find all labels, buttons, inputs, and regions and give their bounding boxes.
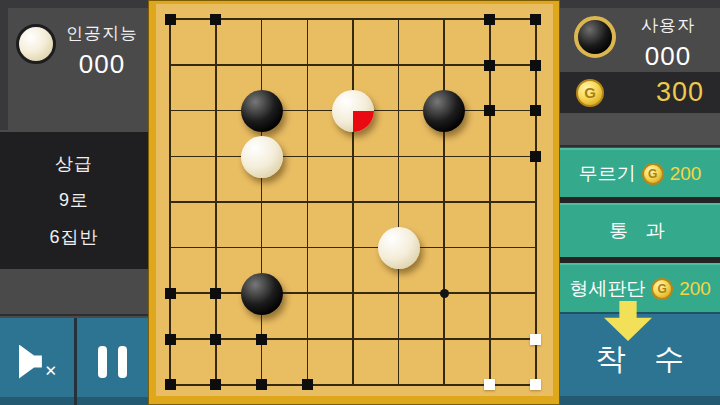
black-territory-marker (165, 14, 176, 25)
user-player-name: 사용자 (641, 14, 695, 37)
estimate-label: 형세판단 (569, 276, 645, 302)
mute-button[interactable]: ✕ (0, 318, 74, 405)
ai-player-name: 인공지능 (66, 22, 138, 45)
black-territory-marker (210, 334, 221, 345)
top-edge-strip-right (560, 0, 720, 8)
black-territory-marker (484, 14, 495, 25)
black-territory-marker (484, 105, 495, 116)
black-territory-marker (256, 379, 267, 390)
star-point (440, 289, 449, 298)
black-territory-marker (530, 14, 541, 25)
board-grid (156, 4, 553, 396)
pause-button[interactable] (77, 318, 148, 405)
black-territory-marker (210, 379, 221, 390)
black-territory-marker (165, 334, 176, 345)
ai-player-score: 000 (79, 49, 125, 80)
black-stone (241, 273, 283, 315)
gold-coin-icon: G (576, 79, 604, 107)
estimate-cost: 200 (679, 278, 711, 300)
white-stone (332, 90, 374, 132)
black-territory-marker (256, 334, 267, 345)
right-panel: 사용자 000 G 300 무르기 G 200 통 과 형세판단 G 200 착… (560, 0, 720, 405)
user-player-panel: 사용자 000 (560, 8, 720, 72)
coin-balance: 300 (604, 77, 704, 108)
black-territory-marker (165, 288, 176, 299)
white-stone-avatar (16, 24, 56, 64)
white-stone (241, 136, 283, 178)
pause-icon (98, 346, 127, 378)
board-field[interactable] (156, 4, 553, 396)
black-territory-marker (484, 60, 495, 71)
play-move-label: 착 수 (586, 339, 694, 380)
speaker-muted-icon: ✕ (17, 344, 57, 380)
undo-button[interactable]: 무르기 G 200 (560, 148, 720, 197)
level-label: 상급 (55, 152, 93, 176)
white-stone (378, 227, 420, 269)
black-territory-marker (302, 379, 313, 390)
board-size-label: 9로 (59, 188, 89, 212)
komi-label: 6집반 (49, 225, 98, 249)
undo-cost: 200 (670, 163, 702, 185)
match-info-panel: 상급 9로 6집반 (0, 132, 148, 269)
left-panel-spacer (0, 269, 148, 316)
ai-player-panel: 인공지능 000 (8, 8, 148, 130)
goban-board (148, 0, 560, 405)
estimate-button[interactable]: 형세판단 G 200 (560, 263, 720, 312)
black-territory-marker (530, 60, 541, 71)
black-territory-marker (210, 288, 221, 299)
app-screen: 인공지능 000 상급 9로 6집반 ✕ (0, 0, 720, 405)
white-territory-marker (530, 334, 541, 345)
left-panel: 인공지능 000 상급 9로 6집반 ✕ (0, 0, 148, 405)
white-territory-marker (484, 379, 495, 390)
left-edge-strip (0, 0, 8, 130)
white-territory-marker (530, 379, 541, 390)
black-territory-marker (530, 151, 541, 162)
user-player-score: 000 (645, 41, 691, 72)
undo-label: 무르기 (579, 161, 636, 187)
black-territory-marker (530, 105, 541, 116)
gold-coin-icon: G (651, 278, 673, 300)
gold-coin-icon: G (642, 163, 664, 185)
black-stone-avatar-active (574, 16, 616, 58)
top-edge-strip (0, 0, 148, 8)
black-territory-marker (165, 379, 176, 390)
coin-balance-row: G 300 (560, 72, 720, 113)
last-move-marker (353, 111, 374, 132)
black-territory-marker (210, 14, 221, 25)
black-stone (241, 90, 283, 132)
black-stone (423, 90, 465, 132)
pass-button[interactable]: 통 과 (560, 203, 720, 257)
pass-label: 통 과 (609, 218, 670, 244)
right-panel-spacer (560, 113, 720, 147)
